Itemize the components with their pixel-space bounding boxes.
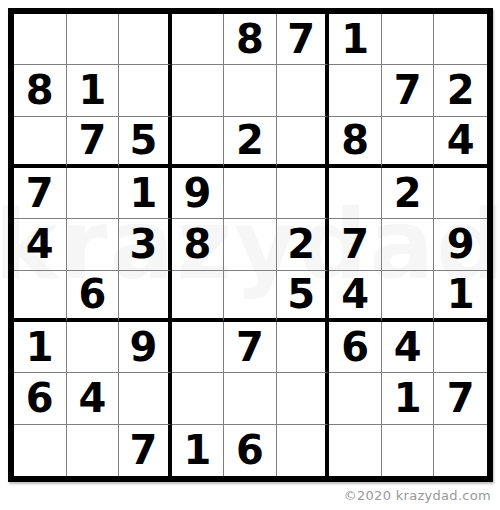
cell-r7c6-empty[interactable] bbox=[277, 322, 330, 373]
cell-r9c9-empty[interactable] bbox=[434, 425, 487, 476]
cell-r4c7-empty[interactable] bbox=[329, 168, 382, 219]
copyright-text: ©2020 krazydad.com bbox=[344, 488, 491, 503]
cell-r9c2-empty[interactable] bbox=[67, 425, 120, 476]
cell-r8c7-empty[interactable] bbox=[329, 373, 382, 424]
cell-r2c6-empty[interactable] bbox=[277, 65, 330, 116]
cell-r5c5-empty[interactable] bbox=[224, 219, 277, 270]
cell-r7c1-given[interactable]: 1 bbox=[14, 322, 67, 373]
cell-r9c1-empty[interactable] bbox=[14, 425, 67, 476]
cell-r4c3-given[interactable]: 1 bbox=[119, 168, 172, 219]
cell-r6c5-empty[interactable] bbox=[224, 271, 277, 322]
cell-r8c9-given[interactable]: 7 bbox=[434, 373, 487, 424]
cell-r7c3-given[interactable]: 9 bbox=[119, 322, 172, 373]
cell-r9c4-given[interactable]: 1 bbox=[172, 425, 225, 476]
cell-r2c4-empty[interactable] bbox=[172, 65, 225, 116]
cell-r6c9-given[interactable]: 1 bbox=[434, 271, 487, 322]
cell-r2c8-given[interactable]: 7 bbox=[382, 65, 435, 116]
cell-r3c7-given[interactable]: 8 bbox=[329, 117, 382, 168]
cell-r7c4-empty[interactable] bbox=[172, 322, 225, 373]
cell-r3c4-empty[interactable] bbox=[172, 117, 225, 168]
cell-r1c3-empty[interactable] bbox=[119, 14, 172, 65]
cell-r8c6-empty[interactable] bbox=[277, 373, 330, 424]
cell-r5c4-given[interactable]: 8 bbox=[172, 219, 225, 270]
cell-r1c5-given[interactable]: 8 bbox=[224, 14, 277, 65]
sudoku-board: 87181727528471924382796541197646417716 bbox=[8, 8, 493, 482]
cell-r2c3-empty[interactable] bbox=[119, 65, 172, 116]
cell-r2c5-empty[interactable] bbox=[224, 65, 277, 116]
cell-r4c6-empty[interactable] bbox=[277, 168, 330, 219]
cell-r1c7-given[interactable]: 1 bbox=[329, 14, 382, 65]
cell-r8c4-empty[interactable] bbox=[172, 373, 225, 424]
cell-r4c2-empty[interactable] bbox=[67, 168, 120, 219]
cell-r6c4-empty[interactable] bbox=[172, 271, 225, 322]
cell-r8c3-empty[interactable] bbox=[119, 373, 172, 424]
cell-r3c8-empty[interactable] bbox=[382, 117, 435, 168]
cell-r8c2-given[interactable]: 4 bbox=[67, 373, 120, 424]
cell-r9c6-empty[interactable] bbox=[277, 425, 330, 476]
sudoku-page: krazydad 8718172752847192438279654119764… bbox=[0, 0, 500, 510]
cell-r1c6-given[interactable]: 7 bbox=[277, 14, 330, 65]
cell-r8c8-given[interactable]: 1 bbox=[382, 373, 435, 424]
cell-r9c5-given[interactable]: 6 bbox=[224, 425, 277, 476]
cell-r7c7-given[interactable]: 6 bbox=[329, 322, 382, 373]
cell-r9c3-given[interactable]: 7 bbox=[119, 425, 172, 476]
cell-r2c2-given[interactable]: 1 bbox=[67, 65, 120, 116]
cell-r5c3-given[interactable]: 3 bbox=[119, 219, 172, 270]
cell-r3c3-given[interactable]: 5 bbox=[119, 117, 172, 168]
cell-r5c1-given[interactable]: 4 bbox=[14, 219, 67, 270]
cell-r4c9-empty[interactable] bbox=[434, 168, 487, 219]
cell-r1c4-empty[interactable] bbox=[172, 14, 225, 65]
cell-r9c7-empty[interactable] bbox=[329, 425, 382, 476]
cell-r2c1-given[interactable]: 8 bbox=[14, 65, 67, 116]
cell-r4c5-empty[interactable] bbox=[224, 168, 277, 219]
cell-r7c5-given[interactable]: 7 bbox=[224, 322, 277, 373]
cell-r1c2-empty[interactable] bbox=[67, 14, 120, 65]
cell-r1c8-empty[interactable] bbox=[382, 14, 435, 65]
cell-r1c9-empty[interactable] bbox=[434, 14, 487, 65]
cell-r6c1-empty[interactable] bbox=[14, 271, 67, 322]
cell-r8c5-empty[interactable] bbox=[224, 373, 277, 424]
cell-r5c6-given[interactable]: 2 bbox=[277, 219, 330, 270]
cell-r2c9-given[interactable]: 2 bbox=[434, 65, 487, 116]
cell-r1c1-empty[interactable] bbox=[14, 14, 67, 65]
cell-r5c2-empty[interactable] bbox=[67, 219, 120, 270]
cell-r6c2-given[interactable]: 6 bbox=[67, 271, 120, 322]
cell-r9c8-empty[interactable] bbox=[382, 425, 435, 476]
cell-r5c9-given[interactable]: 9 bbox=[434, 219, 487, 270]
cell-r6c8-empty[interactable] bbox=[382, 271, 435, 322]
cell-r3c6-empty[interactable] bbox=[277, 117, 330, 168]
cell-r7c8-given[interactable]: 4 bbox=[382, 322, 435, 373]
cell-r8c1-given[interactable]: 6 bbox=[14, 373, 67, 424]
cell-r4c4-given[interactable]: 9 bbox=[172, 168, 225, 219]
cell-r4c8-given[interactable]: 2 bbox=[382, 168, 435, 219]
cell-r4c1-given[interactable]: 7 bbox=[14, 168, 67, 219]
cell-r2c7-empty[interactable] bbox=[329, 65, 382, 116]
cell-r6c3-empty[interactable] bbox=[119, 271, 172, 322]
cell-r3c2-given[interactable]: 7 bbox=[67, 117, 120, 168]
cell-r5c8-empty[interactable] bbox=[382, 219, 435, 270]
cell-r7c2-empty[interactable] bbox=[67, 322, 120, 373]
cell-r6c7-given[interactable]: 4 bbox=[329, 271, 382, 322]
cell-r3c5-given[interactable]: 2 bbox=[224, 117, 277, 168]
cell-r3c1-empty[interactable] bbox=[14, 117, 67, 168]
cell-r6c6-given[interactable]: 5 bbox=[277, 271, 330, 322]
cell-r7c9-empty[interactable] bbox=[434, 322, 487, 373]
cell-r5c7-given[interactable]: 7 bbox=[329, 219, 382, 270]
cell-r3c9-given[interactable]: 4 bbox=[434, 117, 487, 168]
